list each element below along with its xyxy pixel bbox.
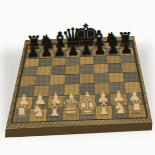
piece-black-pawn-b7[interactable]: ♟ xyxy=(40,43,53,57)
piece-white-rook-h1[interactable]: ♜ xyxy=(129,99,145,117)
pieces-layer: ♜♞♝♛♚♝♞♜♟♟♟♟♟♟♟♟♟♟♟♟♟♟♟♟♜♞♝♛♚♝♞♜ xyxy=(0,0,155,155)
piece-black-pawn-d7[interactable]: ♟ xyxy=(66,42,79,56)
piece-black-pawn-e7[interactable]: ♟ xyxy=(80,42,93,56)
chess-set-photo: ♜♞♝♛♚♝♞♜♟♟♟♟♟♟♟♟♟♟♟♟♟♟♟♟♜♞♝♛♚♝♞♜ xyxy=(0,0,155,155)
piece-black-pawn-f7[interactable]: ♟ xyxy=(93,41,106,55)
piece-black-pawn-g7[interactable]: ♟ xyxy=(107,41,120,55)
piece-white-bishop-f1[interactable]: ♝ xyxy=(95,98,113,118)
board-perspective-wrapper: ♜♞♝♛♚♝♞♜♟♟♟♟♟♟♟♟♟♟♟♟♟♟♟♟♜♞♝♛♚♝♞♜ xyxy=(0,0,155,155)
piece-black-pawn-a7[interactable]: ♟ xyxy=(26,44,39,58)
piece-white-knight-b1[interactable]: ♞ xyxy=(30,102,47,121)
piece-white-knight-g1[interactable]: ♞ xyxy=(112,99,129,118)
piece-white-rook-a1[interactable]: ♜ xyxy=(14,103,30,121)
piece-black-pawn-c7[interactable]: ♟ xyxy=(53,43,66,57)
piece-black-pawn-h7[interactable]: ♟ xyxy=(120,40,133,54)
